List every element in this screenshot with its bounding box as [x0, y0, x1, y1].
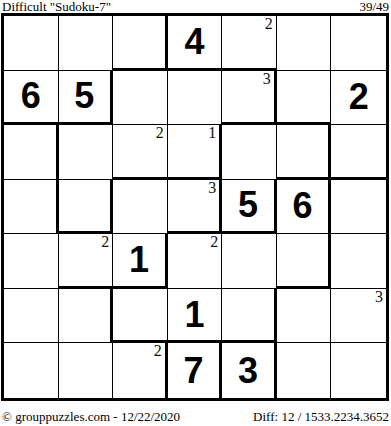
cell-r7c6[interactable]: [277, 343, 332, 398]
cell-r2c6[interactable]: [277, 71, 332, 126]
cell-r6c4[interactable]: 1: [168, 289, 223, 344]
cell-r5c3[interactable]: 1: [113, 234, 168, 289]
cell-value: 6: [293, 188, 313, 224]
cell-r7c7[interactable]: [331, 343, 386, 398]
cell-r6c1[interactable]: [4, 289, 59, 344]
cell-r1c4[interactable]: 4: [168, 16, 223, 71]
cell-r1c2[interactable]: [59, 16, 114, 71]
cell-r4c6[interactable]: 6: [277, 180, 332, 235]
cell-value: 7: [183, 353, 203, 389]
cell-r2c5[interactable]: 3: [222, 71, 277, 126]
corner-mark: 2: [101, 234, 109, 251]
cell-r6c5[interactable]: [222, 289, 277, 344]
cell-r2c7[interactable]: 2: [331, 71, 386, 126]
cell-r4c5[interactable]: 5: [222, 180, 277, 235]
cell-r5c5[interactable]: [222, 234, 277, 289]
corner-mark: 3: [208, 180, 216, 197]
cell-r1c7[interactable]: [331, 16, 386, 71]
corner-mark: 3: [263, 71, 271, 88]
cell-r5c6[interactable]: [277, 234, 332, 289]
cell-value: 5: [74, 78, 94, 114]
cell-value: 1: [129, 242, 149, 278]
cell-r3c3[interactable]: 2: [113, 125, 168, 180]
cell-r2c2[interactable]: 5: [59, 71, 114, 126]
corner-mark: 2: [265, 16, 273, 33]
corner-mark: 3: [375, 289, 383, 306]
cell-value: 3: [238, 353, 258, 389]
cell-r7c5[interactable]: 3: [222, 343, 277, 398]
cell-r6c3[interactable]: [113, 289, 168, 344]
cell-r6c7[interactable]: 3: [331, 289, 386, 344]
copyright-text: © grouppuzzles.com - 12/22/2020: [2, 409, 180, 425]
cell-r6c6[interactable]: [277, 289, 332, 344]
cell-r6c2[interactable]: [59, 289, 114, 344]
corner-mark: 2: [154, 343, 162, 360]
cell-r2c1[interactable]: 6: [4, 71, 59, 126]
cell-value: 5: [238, 187, 258, 223]
cell-r5c4[interactable]: 2: [168, 234, 223, 289]
cell-r5c2[interactable]: 2: [59, 234, 114, 289]
cell-r5c1[interactable]: [4, 234, 59, 289]
cell-value: 2: [349, 79, 369, 115]
cell-r3c4[interactable]: 1: [168, 125, 223, 180]
cell-value: 1: [184, 297, 204, 333]
cell-r5c7[interactable]: [331, 234, 386, 289]
cell-r4c1[interactable]: [4, 180, 59, 235]
cell-value: 6: [21, 78, 41, 114]
cell-r7c4[interactable]: 7: [168, 343, 223, 398]
cell-r3c5[interactable]: [222, 125, 277, 180]
cell-r7c1[interactable]: [4, 343, 59, 398]
cell-r3c6[interactable]: [277, 125, 332, 180]
cell-value: 4: [184, 24, 204, 60]
cell-r2c4[interactable]: [168, 71, 223, 126]
cell-r3c2[interactable]: [59, 125, 114, 180]
cell-r4c2[interactable]: [59, 180, 114, 235]
cell-r3c7[interactable]: [331, 125, 386, 180]
sudoku-grid: 4265322135621213273: [1, 13, 389, 401]
difficulty-text: Diff: 12 / 1533.2234.3652: [253, 409, 389, 425]
cell-r7c3[interactable]: 2: [113, 343, 168, 398]
cell-r4c7[interactable]: [331, 180, 386, 235]
cell-r1c1[interactable]: [4, 16, 59, 71]
corner-mark: 2: [156, 125, 164, 142]
corner-mark: 1: [208, 125, 216, 142]
cell-r4c3[interactable]: [113, 180, 168, 235]
cell-r1c6[interactable]: [277, 16, 332, 71]
cell-r2c3[interactable]: [113, 71, 168, 126]
cell-r1c3[interactable]: [113, 16, 168, 71]
cell-r3c1[interactable]: [4, 125, 59, 180]
cell-r7c2[interactable]: [59, 343, 114, 398]
cell-r1c5[interactable]: 2: [222, 16, 277, 71]
corner-mark: 2: [210, 234, 218, 251]
cell-r4c4[interactable]: 3: [168, 180, 223, 235]
